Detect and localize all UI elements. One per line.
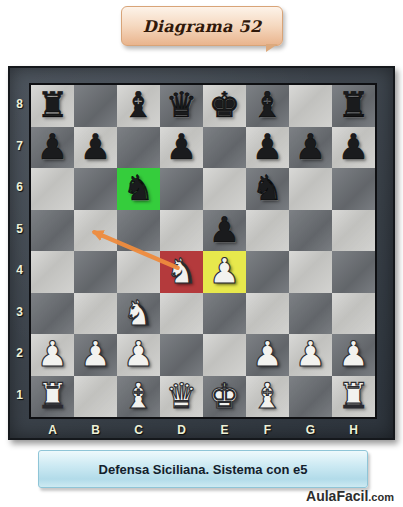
square-g7: ♟: [289, 127, 332, 169]
white-knight-c3: ♞: [123, 296, 154, 331]
file-label-e: E: [203, 423, 246, 437]
black-knight-c6: ♞: [123, 171, 154, 206]
square-b3: [74, 293, 117, 335]
square-f4: [246, 251, 289, 293]
board-grid: ♜♝♛♚♝♜♟♟♟♟♟♟♞♞♟♞♟♞♟♟♟♟♟♟♜♝♛♚♝♜: [29, 83, 377, 419]
square-d5: [160, 210, 203, 252]
square-g3: [289, 293, 332, 335]
square-a3: [31, 293, 74, 335]
black-rook-h8: ♜: [338, 88, 369, 123]
square-c7: [117, 127, 160, 169]
rank-label-5: 5: [10, 222, 29, 236]
file-label-h: H: [332, 423, 375, 437]
white-pawn-a2: ♟: [37, 337, 68, 372]
square-h1: ♜: [332, 376, 375, 418]
rank-label-1: 1: [10, 388, 29, 402]
file-label-b: B: [74, 423, 117, 437]
square-b5: [74, 210, 117, 252]
square-e8: ♚: [203, 85, 246, 127]
rank-label-2: 2: [10, 346, 29, 360]
square-f3: [246, 293, 289, 335]
square-f8: ♝: [246, 85, 289, 127]
square-f5: [246, 210, 289, 252]
square-e4: ♟: [203, 251, 246, 293]
black-bishop-c8: ♝: [123, 88, 154, 123]
square-f2: ♟: [246, 334, 289, 376]
white-pawn-g2: ♟: [295, 337, 326, 372]
white-pawn-e4: ♟: [209, 254, 240, 289]
square-e7: [203, 127, 246, 169]
black-pawn-d7: ♟: [166, 130, 197, 165]
black-pawn-g7: ♟: [295, 130, 326, 165]
square-e3: [203, 293, 246, 335]
black-knight-f6: ♞: [252, 171, 283, 206]
square-a6: [31, 168, 74, 210]
square-a8: ♜: [31, 85, 74, 127]
file-label-d: D: [160, 423, 203, 437]
square-b8: [74, 85, 117, 127]
square-d3: [160, 293, 203, 335]
square-b2: ♟: [74, 334, 117, 376]
square-h7: ♟: [332, 127, 375, 169]
black-pawn-e5: ♟: [209, 213, 240, 248]
square-d2: [160, 334, 203, 376]
black-bishop-f8: ♝: [252, 88, 283, 123]
square-b6: [74, 168, 117, 210]
black-pawn-h7: ♟: [338, 130, 369, 165]
square-c5: [117, 210, 160, 252]
square-c8: ♝: [117, 85, 160, 127]
square-c1: ♝: [117, 376, 160, 418]
white-pawn-f2: ♟: [252, 337, 283, 372]
site-watermark: AulaFacil .com: [306, 488, 394, 504]
file-label-c: C: [117, 423, 160, 437]
square-h5: [332, 210, 375, 252]
square-d4: ♞: [160, 251, 203, 293]
white-pawn-h2: ♟: [338, 337, 369, 372]
rank-label-6: 6: [10, 180, 29, 194]
black-pawn-a7: ♟: [37, 130, 68, 165]
diagram-banner: Diagrama 52: [121, 6, 283, 46]
rank-label-4: 4: [10, 263, 29, 277]
square-e6: [203, 168, 246, 210]
white-king-e1: ♚: [209, 379, 240, 414]
black-pawn-f7: ♟: [252, 130, 283, 165]
file-labels: ABCDEFGH: [29, 421, 377, 441]
diagram-title: Diagrama 52: [143, 17, 262, 36]
square-b7: ♟: [74, 127, 117, 169]
rank-label-3: 3: [10, 305, 29, 319]
square-h3: [332, 293, 375, 335]
square-g2: ♟: [289, 334, 332, 376]
file-label-g: G: [289, 423, 332, 437]
black-king-e8: ♚: [209, 88, 240, 123]
square-g4: [289, 251, 332, 293]
white-pawn-c2: ♟: [123, 337, 154, 372]
square-h4: [332, 251, 375, 293]
chess-board: 87654321 ♜♝♛♚♝♜♟♟♟♟♟♟♞♞♟♞♟♞♟♟♟♟♟♟♜♝♛♚♝♜ …: [8, 66, 395, 440]
white-bishop-c1: ♝: [123, 379, 154, 414]
square-g8: [289, 85, 332, 127]
square-h8: ♜: [332, 85, 375, 127]
square-f7: ♟: [246, 127, 289, 169]
square-f6: ♞: [246, 168, 289, 210]
black-rook-a8: ♜: [37, 88, 68, 123]
square-d1: ♛: [160, 376, 203, 418]
white-knight-d4: ♞: [166, 254, 197, 289]
black-queen-d8: ♛: [166, 88, 197, 123]
square-b1: [74, 376, 117, 418]
watermark-brand: AulaFacil: [306, 488, 368, 504]
square-g5: [289, 210, 332, 252]
black-pawn-b7: ♟: [80, 130, 111, 165]
square-d6: [160, 168, 203, 210]
square-a5: [31, 210, 74, 252]
square-c3: ♞: [117, 293, 160, 335]
square-f1: ♝: [246, 376, 289, 418]
square-c6: ♞: [117, 168, 160, 210]
square-d8: ♛: [160, 85, 203, 127]
square-e1: ♚: [203, 376, 246, 418]
caption-banner: Defensa Siciliana. Sistema con e5: [38, 450, 368, 488]
white-pawn-b2: ♟: [80, 337, 111, 372]
rank-label-8: 8: [10, 97, 29, 111]
watermark-suffix: .com: [368, 491, 394, 503]
white-queen-d1: ♛: [166, 379, 197, 414]
square-g6: [289, 168, 332, 210]
square-a1: ♜: [31, 376, 74, 418]
square-a2: ♟: [31, 334, 74, 376]
square-a7: ♟: [31, 127, 74, 169]
square-c2: ♟: [117, 334, 160, 376]
white-rook-a1: ♜: [37, 379, 68, 414]
white-bishop-f1: ♝: [252, 379, 283, 414]
white-rook-h1: ♜: [338, 379, 369, 414]
square-a4: [31, 251, 74, 293]
square-g1: [289, 376, 332, 418]
square-b4: [74, 251, 117, 293]
caption-text: Defensa Siciliana. Sistema con e5: [99, 462, 308, 477]
square-h2: ♟: [332, 334, 375, 376]
square-c4: [117, 251, 160, 293]
file-label-f: F: [246, 423, 289, 437]
square-e2: [203, 334, 246, 376]
square-h6: [332, 168, 375, 210]
rank-labels: 87654321: [10, 83, 29, 415]
square-d7: ♟: [160, 127, 203, 169]
file-label-a: A: [31, 423, 74, 437]
rank-label-7: 7: [10, 139, 29, 153]
square-e5: ♟: [203, 210, 246, 252]
